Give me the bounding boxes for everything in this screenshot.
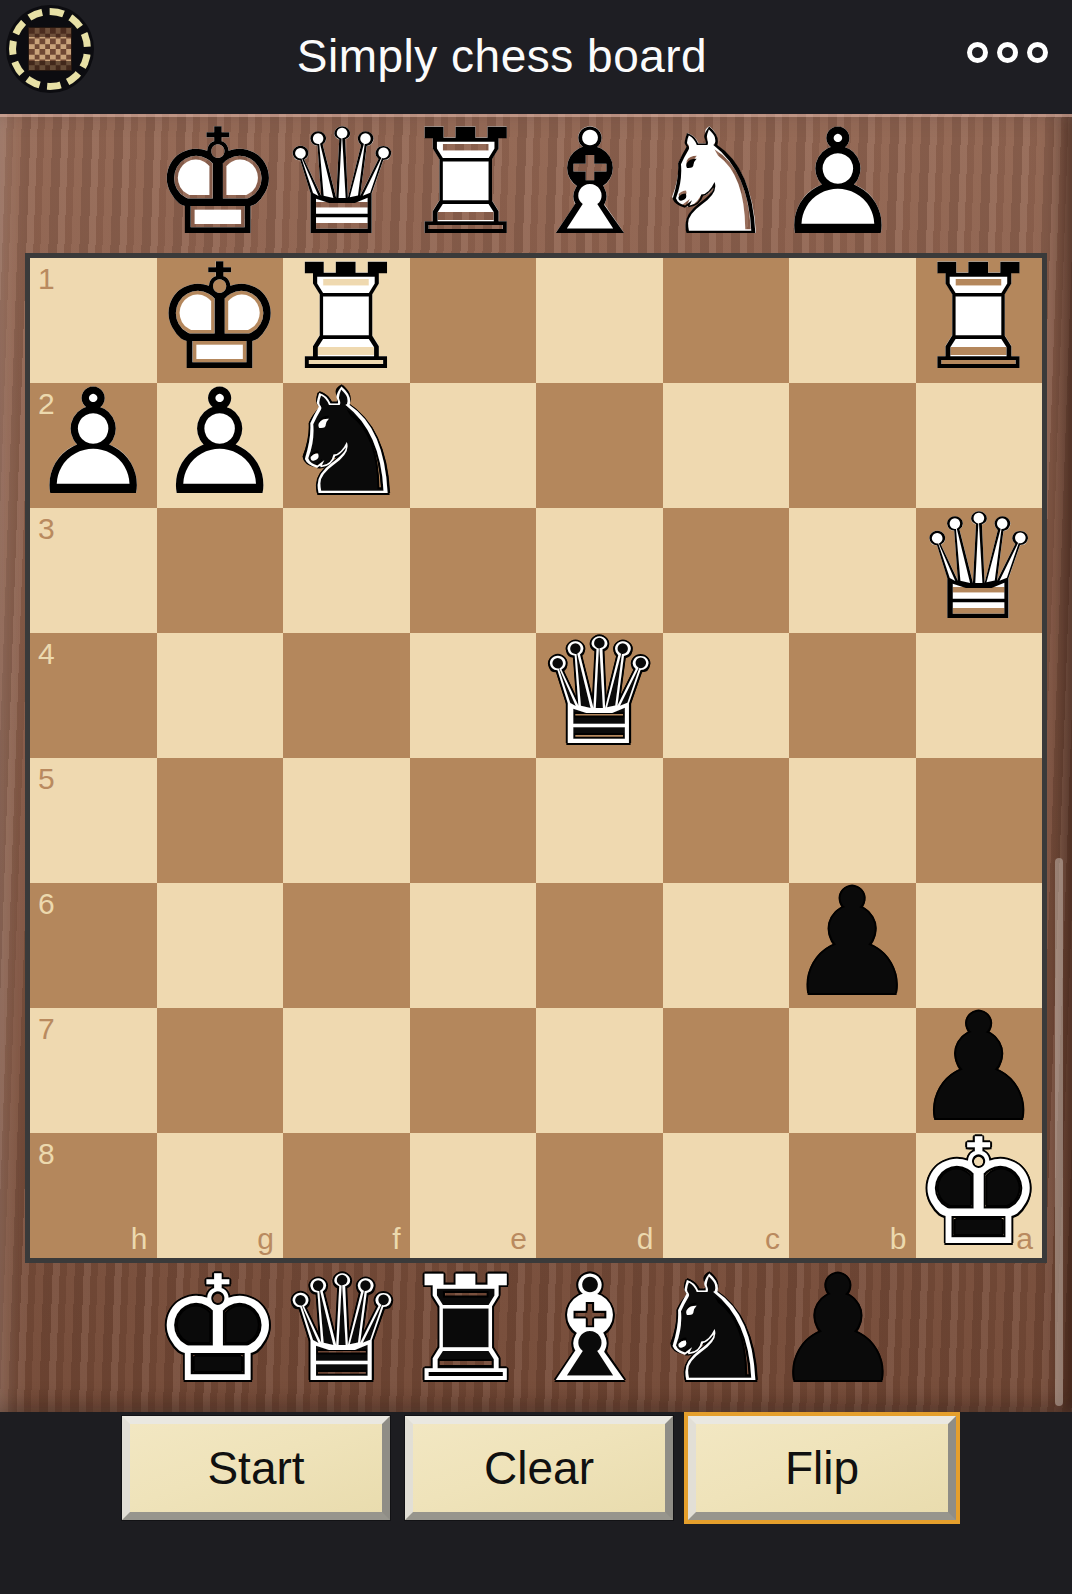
- square-c7[interactable]: [663, 1008, 790, 1133]
- white-piece-tray: ♚♔♛♕♜♖♝♗♞♘♟♙: [156, 118, 900, 252]
- scrollbar[interactable]: [1055, 858, 1063, 1406]
- rank-label-5: 5: [38, 764, 55, 794]
- tray-slot-wK[interactable]: ♚♔: [156, 118, 280, 252]
- square-c5[interactable]: [663, 758, 790, 883]
- tray-slot-wQ[interactable]: ♛♕: [280, 118, 404, 252]
- square-a3[interactable]: ♛♕: [916, 508, 1043, 633]
- square-e6[interactable]: [410, 883, 537, 1008]
- tray-slot-wR[interactable]: ♜♖: [404, 118, 528, 252]
- square-a7[interactable]: ♟♙: [916, 1008, 1043, 1133]
- square-f2[interactable]: ♞♘: [283, 383, 410, 508]
- square-d6[interactable]: [536, 883, 663, 1008]
- square-h2[interactable]: 2♟♙: [30, 383, 157, 508]
- piece-wK[interactable]: ♚♔: [156, 118, 280, 252]
- piece-wQ-a3[interactable]: ♛♕: [916, 508, 1043, 633]
- file-label-c: c: [765, 1224, 780, 1254]
- app-screen: Simply chess board ♚♔♛♕♜♖♝♗♞♘♟♙ 1♚♔♜♖♜♖2…: [0, 0, 1072, 1594]
- piece-wQ[interactable]: ♛♕: [280, 118, 404, 252]
- square-g5[interactable]: [157, 758, 284, 883]
- chess-board: 1♚♔♜♖♜♖2♟♙♟♙♞♘3♛♕4♛♕56♟♙7♟♙8hgfedcba♚♔: [25, 253, 1047, 1263]
- rank-label-3: 3: [38, 514, 55, 544]
- tray-slot-bB[interactable]: ♝♗: [528, 1262, 652, 1402]
- flip-button[interactable]: Flip: [688, 1416, 956, 1520]
- file-label-e: e: [510, 1224, 527, 1254]
- file-label-b: b: [890, 1224, 907, 1254]
- piece-bP-b6[interactable]: ♟♙: [789, 883, 916, 1008]
- title-bar: Simply chess board: [0, 0, 1072, 114]
- piece-wN[interactable]: ♞♘: [652, 118, 776, 252]
- file-label-d: d: [637, 1224, 654, 1254]
- menu-dot-icon: [967, 42, 988, 63]
- square-a6[interactable]: [916, 883, 1043, 1008]
- square-e2[interactable]: [410, 383, 537, 508]
- app-title: Simply chess board: [0, 0, 1004, 114]
- rank-label-1: 1: [38, 264, 55, 294]
- square-g4[interactable]: [157, 633, 284, 758]
- square-b4[interactable]: [789, 633, 916, 758]
- square-a4[interactable]: [916, 633, 1043, 758]
- square-g1[interactable]: ♚♔: [157, 258, 284, 383]
- square-a8[interactable]: a♚♔: [916, 1133, 1043, 1258]
- rank-label-4: 4: [38, 639, 55, 669]
- square-f6[interactable]: [283, 883, 410, 1008]
- square-e3[interactable]: [410, 508, 537, 633]
- square-d8[interactable]: d: [536, 1133, 663, 1258]
- square-c1[interactable]: [663, 258, 790, 383]
- tray-slot-wN[interactable]: ♞♘: [652, 118, 776, 252]
- square-f1[interactable]: ♜♖: [283, 258, 410, 383]
- square-g3[interactable]: [157, 508, 284, 633]
- square-c2[interactable]: [663, 383, 790, 508]
- tray-slot-bK[interactable]: ♚♔: [156, 1262, 280, 1402]
- square-h6[interactable]: 6: [30, 883, 157, 1008]
- start-button[interactable]: Start: [122, 1416, 390, 1520]
- square-e7[interactable]: [410, 1008, 537, 1133]
- square-f4[interactable]: [283, 633, 410, 758]
- piece-wK-g1[interactable]: ♚♔: [157, 258, 284, 383]
- file-label-f: f: [392, 1224, 400, 1254]
- rank-label-8: 8: [38, 1139, 55, 1169]
- square-e4[interactable]: [410, 633, 537, 758]
- piece-wR-f1[interactable]: ♜♖: [283, 258, 410, 383]
- piece-wB[interactable]: ♝♗: [528, 118, 652, 252]
- square-b1[interactable]: [789, 258, 916, 383]
- square-d5[interactable]: [536, 758, 663, 883]
- square-d7[interactable]: [536, 1008, 663, 1133]
- piece-bB[interactable]: ♝♗: [528, 1262, 652, 1402]
- black-piece-tray: ♚♔♛♕♜♖♝♗♞♘♟♙: [156, 1262, 900, 1402]
- square-c4[interactable]: [663, 633, 790, 758]
- menu-dot-icon: [1027, 42, 1048, 63]
- file-label-h: h: [131, 1224, 148, 1254]
- piece-wP[interactable]: ♟♙: [776, 118, 900, 252]
- square-d3[interactable]: [536, 508, 663, 633]
- tray-slot-bR[interactable]: ♜♖: [404, 1262, 528, 1402]
- square-f3[interactable]: [283, 508, 410, 633]
- square-d2[interactable]: [536, 383, 663, 508]
- square-g7[interactable]: [157, 1008, 284, 1133]
- piece-bR[interactable]: ♜♖: [404, 1262, 528, 1402]
- square-a2[interactable]: [916, 383, 1043, 508]
- rank-label-7: 7: [38, 1014, 55, 1044]
- piece-bP-a7[interactable]: ♟♙: [916, 1008, 1043, 1133]
- piece-bQ[interactable]: ♛♕: [280, 1262, 404, 1402]
- square-b8[interactable]: b: [789, 1133, 916, 1258]
- tray-slot-bP[interactable]: ♟♙: [776, 1262, 900, 1402]
- piece-wR[interactable]: ♜♖: [404, 118, 528, 252]
- tray-slot-wB[interactable]: ♝♗: [528, 118, 652, 252]
- square-h8[interactable]: 8h: [30, 1133, 157, 1258]
- piece-bN-f2[interactable]: ♞♘: [283, 383, 410, 508]
- square-b2[interactable]: [789, 383, 916, 508]
- square-b7[interactable]: [789, 1008, 916, 1133]
- square-g2[interactable]: ♟♙: [157, 383, 284, 508]
- bottom-bar: Start Clear Flip: [0, 1412, 1072, 1594]
- tray-slot-bQ[interactable]: ♛♕: [280, 1262, 404, 1402]
- square-a1[interactable]: ♜♖: [916, 258, 1043, 383]
- piece-bK-a8[interactable]: ♚♔: [916, 1133, 1043, 1258]
- square-e1[interactable]: [410, 258, 537, 383]
- square-h5[interactable]: 5: [30, 758, 157, 883]
- piece-bK[interactable]: ♚♔: [156, 1262, 280, 1402]
- square-h1[interactable]: 1: [30, 258, 157, 383]
- square-e8[interactable]: e: [410, 1133, 537, 1258]
- square-h4[interactable]: 4: [30, 633, 157, 758]
- square-d4[interactable]: ♛♕: [536, 633, 663, 758]
- square-g6[interactable]: [157, 883, 284, 1008]
- square-e5[interactable]: [410, 758, 537, 883]
- tray-slot-bN[interactable]: ♞♘: [652, 1262, 776, 1402]
- square-f8[interactable]: f: [283, 1133, 410, 1258]
- piece-bQ-d4[interactable]: ♛♕: [536, 633, 663, 758]
- square-a5[interactable]: [916, 758, 1043, 883]
- piece-wR-a1[interactable]: ♜♖: [916, 258, 1043, 383]
- overflow-menu-button[interactable]: [967, 42, 1048, 63]
- piece-wP-g2[interactable]: ♟♙: [157, 383, 284, 508]
- square-c6[interactable]: [663, 883, 790, 1008]
- square-b3[interactable]: [789, 508, 916, 633]
- square-d1[interactable]: [536, 258, 663, 383]
- square-f5[interactable]: [283, 758, 410, 883]
- file-label-g: g: [257, 1224, 274, 1254]
- square-b5[interactable]: [789, 758, 916, 883]
- square-f7[interactable]: [283, 1008, 410, 1133]
- piece-bP[interactable]: ♟♙: [776, 1262, 900, 1402]
- square-g8[interactable]: g: [157, 1133, 284, 1258]
- menu-dot-icon: [997, 42, 1018, 63]
- piece-wP-h2[interactable]: ♟♙: [30, 383, 157, 508]
- square-c8[interactable]: c: [663, 1133, 790, 1258]
- clear-button[interactable]: Clear: [405, 1416, 673, 1520]
- square-h3[interactable]: 3: [30, 508, 157, 633]
- square-b6[interactable]: ♟♙: [789, 883, 916, 1008]
- tray-slot-wP[interactable]: ♟♙: [776, 118, 900, 252]
- piece-bN[interactable]: ♞♘: [652, 1262, 776, 1402]
- square-h7[interactable]: 7: [30, 1008, 157, 1133]
- square-c3[interactable]: [663, 508, 790, 633]
- rank-label-6: 6: [38, 889, 55, 919]
